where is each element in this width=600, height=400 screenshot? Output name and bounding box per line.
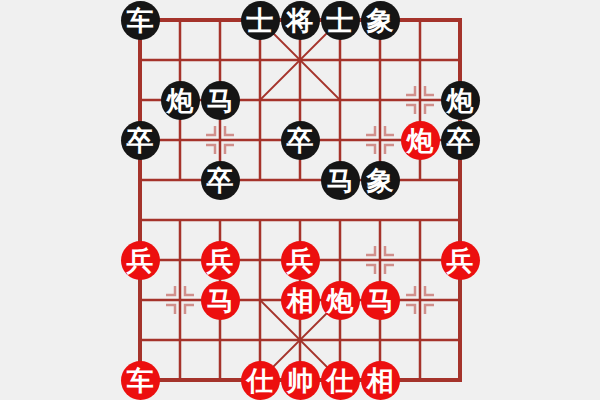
piece-red-soldier[interactable]: 兵 xyxy=(441,241,480,280)
piece-black-advisor[interactable]: 士 xyxy=(321,1,360,40)
piece-black-horse[interactable]: 马 xyxy=(201,81,240,120)
piece-red-advisor[interactable]: 仕 xyxy=(241,361,280,400)
piece-black-soldier[interactable]: 卒 xyxy=(441,121,480,160)
piece-red-rook[interactable]: 车 xyxy=(121,361,160,400)
piece-black-rook[interactable]: 车 xyxy=(121,1,160,40)
piece-red-elephant[interactable]: 相 xyxy=(281,281,320,320)
piece-black-general[interactable]: 将 xyxy=(281,1,320,40)
piece-black-cannon[interactable]: 炮 xyxy=(161,81,200,120)
piece-red-elephant[interactable]: 相 xyxy=(361,361,400,400)
piece-black-soldier[interactable]: 卒 xyxy=(281,121,320,160)
xiangqi-board[interactable]: 车士将士象炮马炮卒卒炮卒卒马象兵兵兵兵马相炮马车仕帅仕相 xyxy=(0,0,600,400)
piece-black-soldier[interactable]: 卒 xyxy=(121,121,160,160)
piece-black-horse[interactable]: 马 xyxy=(321,161,360,200)
piece-red-soldier[interactable]: 兵 xyxy=(201,241,240,280)
piece-red-cannon[interactable]: 炮 xyxy=(401,121,440,160)
piece-red-soldier[interactable]: 兵 xyxy=(281,241,320,280)
piece-red-general[interactable]: 帅 xyxy=(281,361,320,400)
piece-black-cannon[interactable]: 炮 xyxy=(441,81,480,120)
app-background: 车士将士象炮马炮卒卒炮卒卒马象兵兵兵兵马相炮马车仕帅仕相 xyxy=(0,0,600,400)
pieces-layer: 车士将士象炮马炮卒卒炮卒卒马象兵兵兵兵马相炮马车仕帅仕相 xyxy=(0,0,600,400)
piece-red-soldier[interactable]: 兵 xyxy=(121,241,160,280)
piece-red-horse[interactable]: 马 xyxy=(201,281,240,320)
piece-red-horse[interactable]: 马 xyxy=(361,281,400,320)
piece-black-soldier[interactable]: 卒 xyxy=(201,161,240,200)
piece-red-cannon[interactable]: 炮 xyxy=(321,281,360,320)
piece-red-advisor[interactable]: 仕 xyxy=(321,361,360,400)
piece-black-advisor[interactable]: 士 xyxy=(241,1,280,40)
piece-black-elephant[interactable]: 象 xyxy=(361,1,400,40)
piece-black-elephant[interactable]: 象 xyxy=(361,161,400,200)
